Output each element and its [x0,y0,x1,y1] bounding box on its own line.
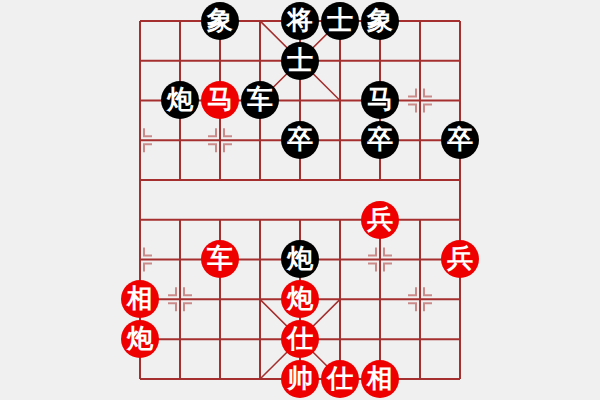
board-point-0-8: 炮 [120,319,160,359]
piece-glyph: 车 [247,86,273,112]
board-point-5-9: 仕 [320,359,360,399]
board-point-0-7: 相 [120,279,160,319]
piece-glyph: 将 [287,7,313,33]
piece-glyph: 炮 [287,285,313,311]
piece-glyph: 卒 [367,126,393,152]
piece-black-chariot[interactable]: 车 [241,81,279,119]
piece-red-horse[interactable]: 马 [201,81,239,119]
piece-glyph: 炮 [127,325,153,351]
board-point-4-8: 仕 [280,319,320,359]
piece-glyph: 士 [327,7,353,33]
piece-red-general[interactable]: 帅 [281,360,319,398]
piece-glyph: 车 [207,245,233,271]
piece-red-cannon[interactable]: 炮 [121,320,159,358]
board-point-2-2: 马 [200,81,240,121]
piece-glyph: 马 [367,86,393,112]
piece-glyph: 象 [207,7,233,33]
board-point-6-2: 马 [360,81,400,121]
piece-black-advisor[interactable]: 士 [281,42,319,80]
board-point-1-2: 炮 [160,81,200,121]
piece-glyph: 兵 [367,206,393,232]
piece-glyph: 相 [367,365,393,391]
piece-glyph: 马 [207,86,233,112]
piece-black-general[interactable]: 将 [281,2,319,40]
piece-glyph: 相 [127,285,153,311]
piece-glyph: 士 [287,47,313,73]
board-point-4-7: 炮 [280,279,320,319]
board-point-6-3: 卒 [360,120,400,160]
piece-black-elephant[interactable]: 象 [201,2,239,40]
piece-black-soldier[interactable]: 卒 [441,121,479,159]
piece-red-cannon[interactable]: 炮 [281,280,319,318]
board-point-3-2: 车 [240,81,280,121]
piece-glyph: 卒 [447,126,473,152]
piece-red-soldier[interactable]: 兵 [441,240,479,278]
piece-black-elephant[interactable]: 象 [361,2,399,40]
xiangqi-screen: 象将士象士炮马车马卒卒卒兵车炮兵相炮炮仕帅仕相 [0,0,600,400]
piece-black-horse[interactable]: 马 [361,81,399,119]
piece-red-advisor[interactable]: 仕 [321,360,359,398]
board-point-4-0: 将 [280,1,320,41]
piece-glyph: 帅 [287,365,313,391]
piece-red-soldier[interactable]: 兵 [361,201,399,239]
piece-red-chariot[interactable]: 车 [201,240,239,278]
board-point-4-3: 卒 [280,120,320,160]
piece-grid: 象将士象士炮马车马卒卒卒兵车炮兵相炮炮仕帅仕相 [120,1,480,399]
board-point-6-9: 相 [360,359,400,399]
piece-black-cannon[interactable]: 炮 [161,81,199,119]
piece-black-soldier[interactable]: 卒 [361,121,399,159]
piece-black-cannon[interactable]: 炮 [281,240,319,278]
piece-glyph: 象 [367,7,393,33]
board-point-8-6: 兵 [440,240,480,280]
xiangqi-board: 象将士象士炮马车马卒卒卒兵车炮兵相炮炮仕帅仕相 [120,1,480,399]
board-point-5-0: 士 [320,1,360,41]
board-point-2-0: 象 [200,1,240,41]
piece-glyph: 仕 [287,325,313,351]
piece-red-advisor[interactable]: 仕 [281,320,319,358]
piece-glyph: 兵 [447,245,473,271]
piece-red-elephant[interactable]: 相 [121,280,159,318]
piece-glyph: 仕 [327,365,353,391]
piece-glyph: 卒 [287,126,313,152]
piece-glyph: 炮 [287,245,313,271]
board-point-6-0: 象 [360,1,400,41]
board-point-6-5: 兵 [360,200,400,240]
piece-black-advisor[interactable]: 士 [321,2,359,40]
board-point-4-1: 士 [280,41,320,81]
piece-red-elephant[interactable]: 相 [361,360,399,398]
piece-black-soldier[interactable]: 卒 [281,121,319,159]
board-point-4-6: 炮 [280,240,320,280]
board-point-2-6: 车 [200,240,240,280]
board-point-4-9: 帅 [280,359,320,399]
board-point-8-3: 卒 [440,120,480,160]
piece-glyph: 炮 [167,86,193,112]
